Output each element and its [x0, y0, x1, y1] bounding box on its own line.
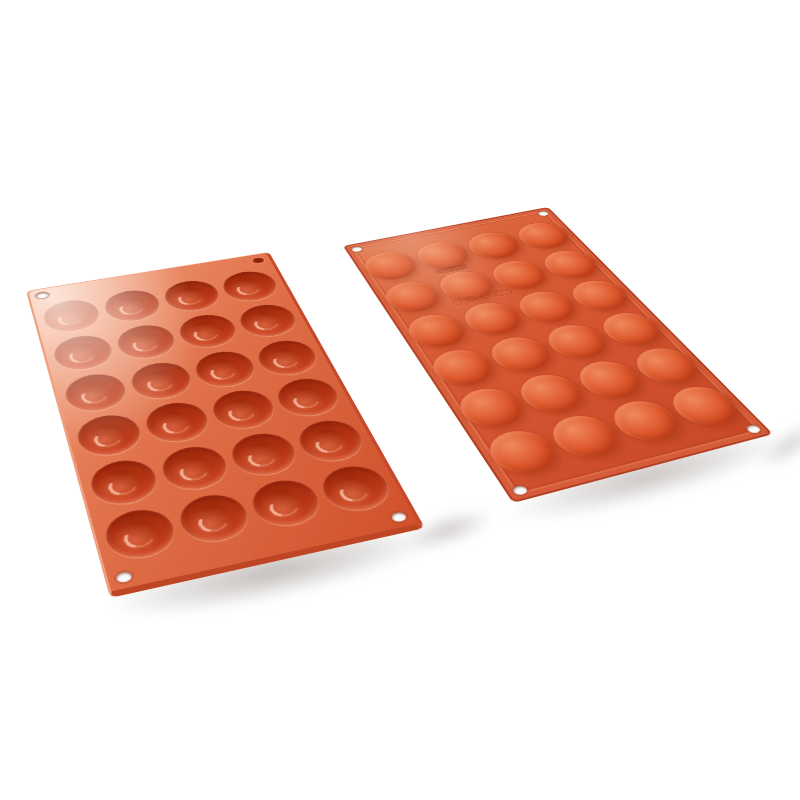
- cavity: [174, 311, 241, 351]
- cavity: [62, 370, 131, 415]
- cell-grid: [343, 207, 773, 503]
- cavity: [141, 399, 214, 447]
- cavity: [87, 456, 163, 510]
- cavity: [225, 429, 302, 480]
- cavity: [113, 321, 180, 362]
- cavity: [160, 277, 224, 314]
- product-photo: [0, 0, 800, 800]
- cavity: [174, 490, 255, 547]
- cavity: [234, 301, 302, 340]
- cavity: [252, 337, 323, 379]
- cavity: [40, 297, 103, 336]
- mold-bottom-side: [343, 207, 773, 503]
- cavity: [314, 461, 396, 515]
- mold-top-side: [26, 252, 425, 598]
- cavity: [217, 268, 282, 304]
- cell-grid: [28, 253, 418, 591]
- cavity: [271, 375, 345, 420]
- cavity: [74, 411, 146, 460]
- cavity: [127, 358, 197, 402]
- cavity: [51, 332, 117, 374]
- cavity: [207, 387, 281, 434]
- cavity: [101, 287, 165, 325]
- cavity: [157, 442, 234, 494]
- cavity: [101, 504, 181, 563]
- cavity: [190, 347, 260, 390]
- cavity: [292, 416, 370, 466]
